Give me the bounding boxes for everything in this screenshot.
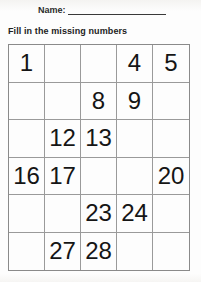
name-row: Name: (38, 5, 166, 15)
grid-cell-number: 8 (81, 83, 117, 121)
grid-cell-number: 5 (153, 45, 189, 83)
grid-cell-empty[interactable] (117, 158, 153, 196)
grid-cell-empty[interactable] (45, 83, 81, 121)
grid-cell-number: 1 (9, 45, 45, 83)
grid-cell-empty[interactable] (153, 83, 189, 121)
number-grid: 14589121316172023242728 (8, 44, 190, 271)
worksheet-page: Name: Fill in the missing numbers 145891… (0, 0, 201, 282)
grid-cell-empty[interactable] (81, 45, 117, 83)
grid-cell-number: 9 (117, 83, 153, 121)
grid-cell-empty[interactable] (153, 120, 189, 158)
grid-cell-empty[interactable] (9, 120, 45, 158)
grid-cell-empty[interactable] (45, 45, 81, 83)
grid-cell-empty[interactable] (9, 233, 45, 271)
grid-cell-number: 4 (117, 45, 153, 83)
name-label: Name: (38, 5, 66, 15)
grid-cell-number: 20 (153, 158, 189, 196)
grid-cell-empty[interactable] (153, 195, 189, 233)
grid-cell-number: 27 (45, 233, 81, 271)
grid-cell-number: 23 (81, 195, 117, 233)
grid-cell-empty[interactable] (117, 233, 153, 271)
grid-cell-number: 16 (9, 158, 45, 196)
grid-cell-empty[interactable] (81, 158, 117, 196)
grid-cell-number: 12 (45, 120, 81, 158)
grid-cell-empty[interactable] (9, 83, 45, 121)
grid-cell-number: 13 (81, 120, 117, 158)
grid-cell-number: 24 (117, 195, 153, 233)
name-blank-line[interactable] (68, 5, 166, 15)
grid-cell-empty[interactable] (117, 120, 153, 158)
grid-cell-number: 28 (81, 233, 117, 271)
grid-cell-empty[interactable] (45, 195, 81, 233)
instruction-text: Fill in the missing numbers (8, 26, 127, 36)
grid-cell-empty[interactable] (153, 233, 189, 271)
grid-cell-number: 17 (45, 158, 81, 196)
grid-cell-empty[interactable] (9, 195, 45, 233)
